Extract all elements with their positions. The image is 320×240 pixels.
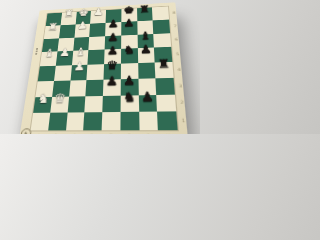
square-c1[interactable] xyxy=(66,113,85,131)
square-g2[interactable]: ♟ xyxy=(138,95,157,113)
piece-white-pawn[interactable]: ♟ xyxy=(71,60,88,72)
piece-white-bishop[interactable]: ♝ xyxy=(72,46,89,58)
square-d8[interactable]: ♟ xyxy=(90,10,106,23)
square-d3[interactable] xyxy=(86,79,104,95)
square-d6[interactable] xyxy=(89,36,106,50)
square-d7[interactable] xyxy=(89,23,105,37)
square-h1[interactable] xyxy=(157,112,177,131)
square-h8[interactable] xyxy=(152,6,169,20)
square-g8[interactable]: ♜ xyxy=(137,7,153,21)
file-label-F: F xyxy=(128,133,131,134)
square-g4[interactable] xyxy=(138,62,156,78)
rank-label-6: 6 xyxy=(175,37,178,41)
rank-label-4: 4 xyxy=(177,67,180,72)
square-h3[interactable] xyxy=(156,78,175,95)
piece-white-pawn[interactable]: ♟ xyxy=(91,6,106,16)
square-b7[interactable] xyxy=(59,24,75,38)
square-e3[interactable]: ♟ xyxy=(103,79,121,95)
file-labels: ABCDEFGH xyxy=(29,133,178,134)
piece-black-knight[interactable]: ♞ xyxy=(120,90,138,103)
board-logo-knight-icon: ♞ xyxy=(20,128,32,134)
piece-black-pawn[interactable]: ♟ xyxy=(121,17,137,28)
square-e2[interactable] xyxy=(102,95,120,112)
file-label-C: C xyxy=(72,133,76,134)
square-b5[interactable]: ♟ xyxy=(56,51,73,66)
rank-label-2: 2 xyxy=(180,100,184,105)
square-d4[interactable] xyxy=(87,64,104,80)
piece-black-pawn[interactable]: ♟ xyxy=(105,31,121,42)
piece-white-knight[interactable]: ♞ xyxy=(34,92,52,105)
rank-label-5: 5 xyxy=(176,52,179,57)
square-b2[interactable]: ♛ xyxy=(50,96,69,113)
square-a4[interactable] xyxy=(38,66,56,81)
piece-white-pawn[interactable]: ♟ xyxy=(75,20,91,31)
piece-white-king[interactable]: ♚ xyxy=(76,7,92,17)
square-d2[interactable] xyxy=(85,95,103,112)
square-g1[interactable] xyxy=(139,112,159,130)
square-b4[interactable] xyxy=(54,65,72,80)
square-c7[interactable]: ♟ xyxy=(74,24,90,38)
piece-white-rook[interactable]: ♜ xyxy=(61,8,77,18)
border-stamp-icon xyxy=(36,48,38,49)
square-h4[interactable]: ♜ xyxy=(155,62,174,78)
piece-black-pawn[interactable]: ♟ xyxy=(137,43,154,55)
rank-label-8: 8 xyxy=(172,11,175,15)
file-label-D: D xyxy=(90,133,94,134)
piece-black-rook[interactable]: ♜ xyxy=(137,4,153,15)
square-b1[interactable] xyxy=(48,113,67,131)
square-a2[interactable]: ♞ xyxy=(33,96,52,113)
board-grid: ♜♚♟♚♜♜♟♟♟♟♝♝♟♝♟♞♟♟♛♜♟♟♞♛♞♟ xyxy=(31,6,178,130)
piece-black-rook[interactable]: ♜ xyxy=(155,57,173,69)
square-c4[interactable]: ♟ xyxy=(70,65,88,81)
file-label-G: G xyxy=(146,133,150,134)
file-label-B: B xyxy=(54,133,58,134)
photo-background: ♜♚♟♚♜♜♟♟♟♟♝♝♟♝♟♞♟♟♛♜♟♟♞♛♞♟ ABCDEFGH 8765… xyxy=(0,0,200,134)
rank-label-7: 7 xyxy=(173,24,176,28)
square-c2[interactable] xyxy=(67,96,86,113)
piece-white-pawn[interactable]: ♟ xyxy=(56,47,73,58)
chess-board: ♜♚♟♚♜♜♟♟♟♟♝♝♟♝♟♞♟♟♛♜♟♟♞♛♞♟ ABCDEFGH 8765… xyxy=(19,2,188,134)
piece-black-bishop[interactable]: ♝ xyxy=(137,30,154,41)
piece-black-queen[interactable]: ♛ xyxy=(104,59,121,71)
rank-label-1: 1 xyxy=(182,118,186,124)
square-f2[interactable]: ♞ xyxy=(120,95,138,112)
piece-black-knight[interactable]: ♞ xyxy=(121,44,138,56)
file-label-A: A xyxy=(37,133,41,134)
square-h7[interactable] xyxy=(153,19,170,33)
piece-black-king[interactable]: ♚ xyxy=(121,5,137,16)
square-g5[interactable]: ♟ xyxy=(137,48,154,63)
rank-label-3: 3 xyxy=(179,83,183,88)
square-b8[interactable]: ♜ xyxy=(60,12,76,25)
square-a1[interactable] xyxy=(31,113,50,130)
piece-black-pawn[interactable]: ♟ xyxy=(121,74,139,87)
file-label-H: H xyxy=(166,133,170,134)
square-d5[interactable] xyxy=(88,50,105,65)
piece-white-bishop[interactable]: ♝ xyxy=(41,47,58,58)
piece-white-rook[interactable]: ♜ xyxy=(45,21,61,32)
square-c3[interactable] xyxy=(69,80,87,96)
piece-black-pawn[interactable]: ♟ xyxy=(103,74,120,87)
square-d1[interactable] xyxy=(83,112,102,130)
piece-black-pawn[interactable]: ♟ xyxy=(138,90,157,103)
square-f7[interactable]: ♟ xyxy=(121,21,137,35)
piece-black-pawn[interactable]: ♟ xyxy=(104,45,121,57)
square-f5[interactable]: ♞ xyxy=(121,48,138,63)
square-h2[interactable] xyxy=(156,94,176,112)
square-a5[interactable]: ♝ xyxy=(40,52,57,67)
square-h6[interactable] xyxy=(153,33,171,48)
piece-black-pawn[interactable]: ♟ xyxy=(105,18,121,29)
square-e1[interactable] xyxy=(102,112,121,130)
file-label-E: E xyxy=(109,133,112,134)
square-f1[interactable] xyxy=(120,112,139,130)
piece-white-queen[interactable]: ♛ xyxy=(51,91,69,104)
